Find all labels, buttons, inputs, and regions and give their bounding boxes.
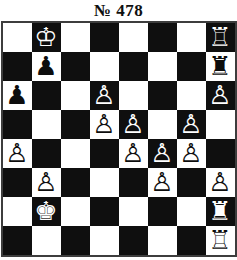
white-pawn-piece: ♙ xyxy=(121,139,144,168)
square-c1[interactable] xyxy=(61,226,90,255)
square-d8[interactable] xyxy=(90,23,119,52)
square-f6[interactable] xyxy=(148,81,177,110)
board-wrapper: ♔♖♟♜♟♙♙♙♙♙♙♙♙♙♙♙♙♚♜♖ xyxy=(0,21,237,257)
white-pawn-piece: ♙ xyxy=(179,139,202,168)
square-d6[interactable]: ♙ xyxy=(90,81,119,110)
square-h5[interactable] xyxy=(206,110,235,139)
square-f1[interactable] xyxy=(148,226,177,255)
white-pawn-piece: ♙ xyxy=(208,168,231,197)
square-f8[interactable] xyxy=(148,23,177,52)
square-g1[interactable] xyxy=(177,226,206,255)
white-pawn-piece: ♙ xyxy=(34,168,57,197)
square-f4[interactable]: ♙ xyxy=(148,139,177,168)
square-e3[interactable] xyxy=(119,168,148,197)
square-c2[interactable] xyxy=(61,197,90,226)
white-pawn-piece: ♙ xyxy=(150,168,173,197)
square-b3[interactable]: ♙ xyxy=(32,168,61,197)
square-f5[interactable] xyxy=(148,110,177,139)
square-h4[interactable] xyxy=(206,139,235,168)
square-a6[interactable]: ♟ xyxy=(3,81,32,110)
square-c8[interactable] xyxy=(61,23,90,52)
white-rook-piece: ♖ xyxy=(208,226,231,255)
square-e5[interactable]: ♙ xyxy=(119,110,148,139)
square-b2[interactable]: ♚ xyxy=(32,197,61,226)
square-h1[interactable]: ♖ xyxy=(206,226,235,255)
black-king-piece: ♔ xyxy=(34,23,57,52)
square-g2[interactable] xyxy=(177,197,206,226)
black-rook-piece: ♖ xyxy=(208,23,231,52)
square-a3[interactable] xyxy=(3,168,32,197)
square-a1[interactable] xyxy=(3,226,32,255)
square-e8[interactable] xyxy=(119,23,148,52)
square-f3[interactable]: ♙ xyxy=(148,168,177,197)
square-h2[interactable]: ♜ xyxy=(206,197,235,226)
square-b1[interactable] xyxy=(32,226,61,255)
black-rook-piece: ♜ xyxy=(208,52,231,81)
square-e6[interactable] xyxy=(119,81,148,110)
square-g4[interactable]: ♙ xyxy=(177,139,206,168)
square-b7[interactable]: ♟ xyxy=(32,52,61,81)
square-g5[interactable]: ♙ xyxy=(177,110,206,139)
square-a4[interactable]: ♙ xyxy=(3,139,32,168)
square-b6[interactable] xyxy=(32,81,61,110)
black-pawn-piece: ♟ xyxy=(34,52,57,81)
square-d7[interactable] xyxy=(90,52,119,81)
white-pawn-piece: ♙ xyxy=(5,139,28,168)
square-g8[interactable] xyxy=(177,23,206,52)
chess-board: ♔♖♟♜♟♙♙♙♙♙♙♙♙♙♙♙♙♚♜♖ xyxy=(1,21,237,257)
square-h3[interactable]: ♙ xyxy=(206,168,235,197)
square-d3[interactable] xyxy=(90,168,119,197)
black-pawn-piece: ♙ xyxy=(208,81,231,110)
square-c3[interactable] xyxy=(61,168,90,197)
square-b5[interactable] xyxy=(32,110,61,139)
white-rook-piece: ♜ xyxy=(208,197,231,226)
black-pawn-piece: ♙ xyxy=(92,81,115,110)
square-c7[interactable] xyxy=(61,52,90,81)
square-a7[interactable] xyxy=(3,52,32,81)
white-king-piece: ♚ xyxy=(34,197,57,226)
white-pawn-piece: ♙ xyxy=(92,110,115,139)
puzzle-number-title: № 478 xyxy=(0,0,237,21)
square-h6[interactable]: ♙ xyxy=(206,81,235,110)
square-e4[interactable]: ♙ xyxy=(119,139,148,168)
square-d2[interactable] xyxy=(90,197,119,226)
square-c4[interactable] xyxy=(61,139,90,168)
square-g7[interactable] xyxy=(177,52,206,81)
black-pawn-piece: ♙ xyxy=(121,110,144,139)
square-h7[interactable]: ♜ xyxy=(206,52,235,81)
square-d5[interactable]: ♙ xyxy=(90,110,119,139)
square-h8[interactable]: ♖ xyxy=(206,23,235,52)
square-a5[interactable] xyxy=(3,110,32,139)
square-g3[interactable] xyxy=(177,168,206,197)
square-b8[interactable]: ♔ xyxy=(32,23,61,52)
black-pawn-piece: ♙ xyxy=(150,139,173,168)
square-e2[interactable] xyxy=(119,197,148,226)
black-pawn-piece: ♙ xyxy=(179,110,202,139)
square-c5[interactable] xyxy=(61,110,90,139)
square-d1[interactable] xyxy=(90,226,119,255)
square-e1[interactable] xyxy=(119,226,148,255)
square-f7[interactable] xyxy=(148,52,177,81)
square-f2[interactable] xyxy=(148,197,177,226)
square-c6[interactable] xyxy=(61,81,90,110)
square-a2[interactable] xyxy=(3,197,32,226)
square-e7[interactable] xyxy=(119,52,148,81)
black-pawn-piece: ♟ xyxy=(5,81,28,110)
square-b4[interactable] xyxy=(32,139,61,168)
square-g6[interactable] xyxy=(177,81,206,110)
square-d4[interactable] xyxy=(90,139,119,168)
square-a8[interactable] xyxy=(3,23,32,52)
